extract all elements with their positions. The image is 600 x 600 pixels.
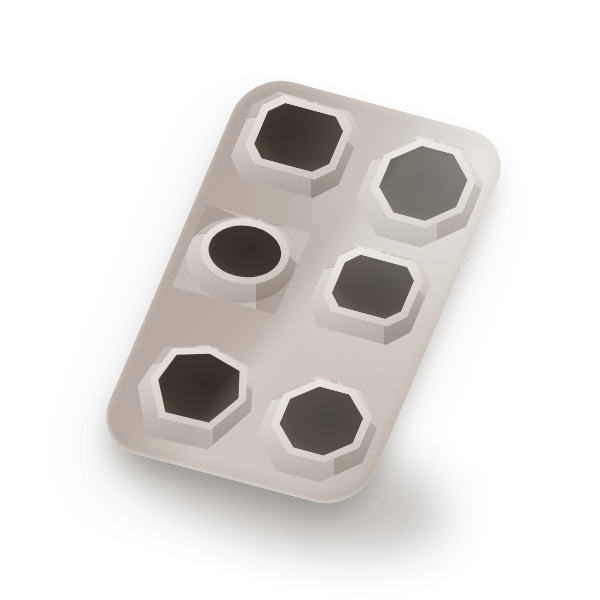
mold-square — [301, 239, 439, 350]
mold-round — [172, 205, 311, 315]
mold-octagon-small — [245, 368, 391, 491]
mold-rectangle — [223, 87, 368, 203]
photo-stage — [0, 0, 600, 600]
mold-octagon-large — [343, 127, 496, 257]
mold-hexagon — [119, 331, 272, 458]
tray — [92, 71, 515, 514]
